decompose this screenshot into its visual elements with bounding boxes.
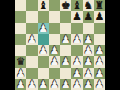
square-a6[interactable]: [15, 23, 26, 34]
square-g6[interactable]: [83, 23, 94, 34]
square-g2[interactable]: ♟: [83, 68, 94, 79]
square-c6[interactable]: ♟: [38, 23, 49, 34]
white-pawn-d1[interactable]: ♟: [50, 79, 59, 90]
square-h7[interactable]: ♟: [94, 11, 105, 22]
square-c7[interactable]: [38, 11, 49, 22]
letterbox-bar-right: [105, 0, 120, 90]
square-f1[interactable]: ♟: [71, 79, 82, 90]
white-pawn-h3[interactable]: ♟: [95, 56, 104, 67]
square-f7[interactable]: ♟: [71, 11, 82, 22]
square-h6[interactable]: [94, 23, 105, 34]
square-g7[interactable]: ♟: [83, 11, 94, 22]
white-pawn-e3[interactable]: ♟: [61, 56, 70, 67]
white-pawn-f1[interactable]: ♟: [72, 79, 81, 90]
square-d3[interactable]: ♟: [49, 56, 60, 67]
white-pawn-f5[interactable]: ♟: [72, 34, 81, 45]
square-f6[interactable]: [71, 23, 82, 34]
square-a8[interactable]: [15, 0, 26, 11]
square-a7[interactable]: [15, 11, 26, 22]
black-rook-h8[interactable]: ♜: [95, 0, 104, 11]
square-f8[interactable]: ♝: [71, 0, 82, 11]
white-pawn-c1[interactable]: ♟: [38, 79, 47, 90]
square-h2[interactable]: ♟: [94, 68, 105, 79]
square-g8[interactable]: ♞: [83, 0, 94, 11]
square-e8[interactable]: ♚: [60, 0, 71, 11]
square-b4[interactable]: [26, 45, 37, 56]
square-c2[interactable]: [38, 68, 49, 79]
white-pawn-g2[interactable]: ♟: [83, 68, 92, 79]
square-a1[interactable]: ♟: [15, 79, 26, 90]
white-pawn-c4[interactable]: ♟: [38, 45, 47, 56]
square-e7[interactable]: [60, 11, 71, 22]
square-c8[interactable]: ♝: [38, 0, 49, 11]
square-b6[interactable]: [26, 23, 37, 34]
square-e3[interactable]: ♟: [60, 56, 71, 67]
black-king-e8[interactable]: ♚: [61, 0, 70, 11]
square-b5[interactable]: ♟: [26, 34, 37, 45]
square-b3[interactable]: [26, 56, 37, 67]
white-pawn-d3[interactable]: ♟: [50, 56, 59, 67]
square-f5[interactable]: ♟: [71, 34, 82, 45]
white-pawn-g3[interactable]: ♟: [83, 56, 92, 67]
square-a4[interactable]: [15, 45, 26, 56]
square-a5[interactable]: [15, 34, 26, 45]
white-pawn-g1[interactable]: ♟: [83, 79, 92, 90]
square-e5[interactable]: ♟: [60, 34, 71, 45]
white-pawn-a1[interactable]: ♟: [16, 79, 25, 90]
white-pawn-b1[interactable]: ♟: [27, 79, 36, 90]
square-c4[interactable]: ♟: [38, 45, 49, 56]
square-f2[interactable]: ♟: [71, 68, 82, 79]
square-d4[interactable]: ♟: [49, 45, 60, 56]
letterbox-bar-left: [0, 0, 15, 90]
black-pawn-h7[interactable]: ♟: [95, 11, 104, 22]
video-frame: ♝♚♝♞♜♟♟♟♟♟♟♟♟♟♟♟♟♛♟♟♟♟♟♟♟♟♟♟♟♟♟♟♟♟♟: [0, 0, 120, 90]
black-bishop-f8[interactable]: ♝: [72, 0, 81, 11]
square-h4[interactable]: ♟: [94, 45, 105, 56]
white-pawn-f3[interactable]: ♟: [72, 56, 81, 67]
square-h3[interactable]: ♟: [94, 56, 105, 67]
square-f4[interactable]: [71, 45, 82, 56]
white-pawn-h1[interactable]: ♟: [95, 79, 104, 90]
black-bishop-c8[interactable]: ♝: [38, 0, 47, 11]
square-g3[interactable]: ♟: [83, 56, 94, 67]
white-pawn-c6[interactable]: ♟: [38, 23, 47, 34]
square-e4[interactable]: [60, 45, 71, 56]
square-g4[interactable]: ♟: [83, 45, 94, 56]
square-e1[interactable]: ♟: [60, 79, 71, 90]
square-d5[interactable]: [49, 34, 60, 45]
square-g1[interactable]: ♟: [83, 79, 94, 90]
square-d2[interactable]: [49, 68, 60, 79]
square-b8[interactable]: [26, 0, 37, 11]
square-d6[interactable]: [49, 23, 60, 34]
square-h5[interactable]: [94, 34, 105, 45]
square-b1[interactable]: ♟: [26, 79, 37, 90]
square-d1[interactable]: ♟: [49, 79, 60, 90]
square-h1[interactable]: ♟: [94, 79, 105, 90]
white-pawn-b5[interactable]: ♟: [27, 34, 36, 45]
white-pawn-a2[interactable]: ♟: [16, 68, 25, 79]
black-pawn-g7[interactable]: ♟: [83, 11, 92, 22]
black-pawn-f7[interactable]: ♟: [72, 11, 81, 22]
square-c3[interactable]: [38, 56, 49, 67]
white-pawn-g4[interactable]: ♟: [83, 45, 92, 56]
square-b7[interactable]: [26, 11, 37, 22]
square-h8[interactable]: ♜: [94, 0, 105, 11]
white-pawn-d4[interactable]: ♟: [50, 45, 59, 56]
square-c1[interactable]: ♟: [38, 79, 49, 90]
square-a2[interactable]: ♟: [15, 68, 26, 79]
white-pawn-e1[interactable]: ♟: [61, 79, 70, 90]
white-pawn-f2[interactable]: ♟: [72, 68, 81, 79]
white-pawn-g5[interactable]: ♟: [83, 34, 92, 45]
square-b2[interactable]: [26, 68, 37, 79]
square-d8[interactable]: [49, 0, 60, 11]
square-c5[interactable]: [38, 34, 49, 45]
chess-board[interactable]: ♝♚♝♞♜♟♟♟♟♟♟♟♟♟♟♟♟♛♟♟♟♟♟♟♟♟♟♟♟♟♟♟♟♟♟: [15, 0, 105, 90]
white-pawn-h4[interactable]: ♟: [95, 45, 104, 56]
square-a3[interactable]: ♛: [15, 56, 26, 67]
square-f3[interactable]: ♟: [71, 56, 82, 67]
square-e6[interactable]: [60, 23, 71, 34]
black-queen-a3[interactable]: ♛: [16, 56, 25, 67]
white-pawn-h2[interactable]: ♟: [95, 68, 104, 79]
square-d7[interactable]: [49, 11, 60, 22]
white-pawn-e5[interactable]: ♟: [61, 34, 70, 45]
black-knight-g8[interactable]: ♞: [83, 0, 92, 11]
square-e2[interactable]: [60, 68, 71, 79]
square-g5[interactable]: ♟: [83, 34, 94, 45]
